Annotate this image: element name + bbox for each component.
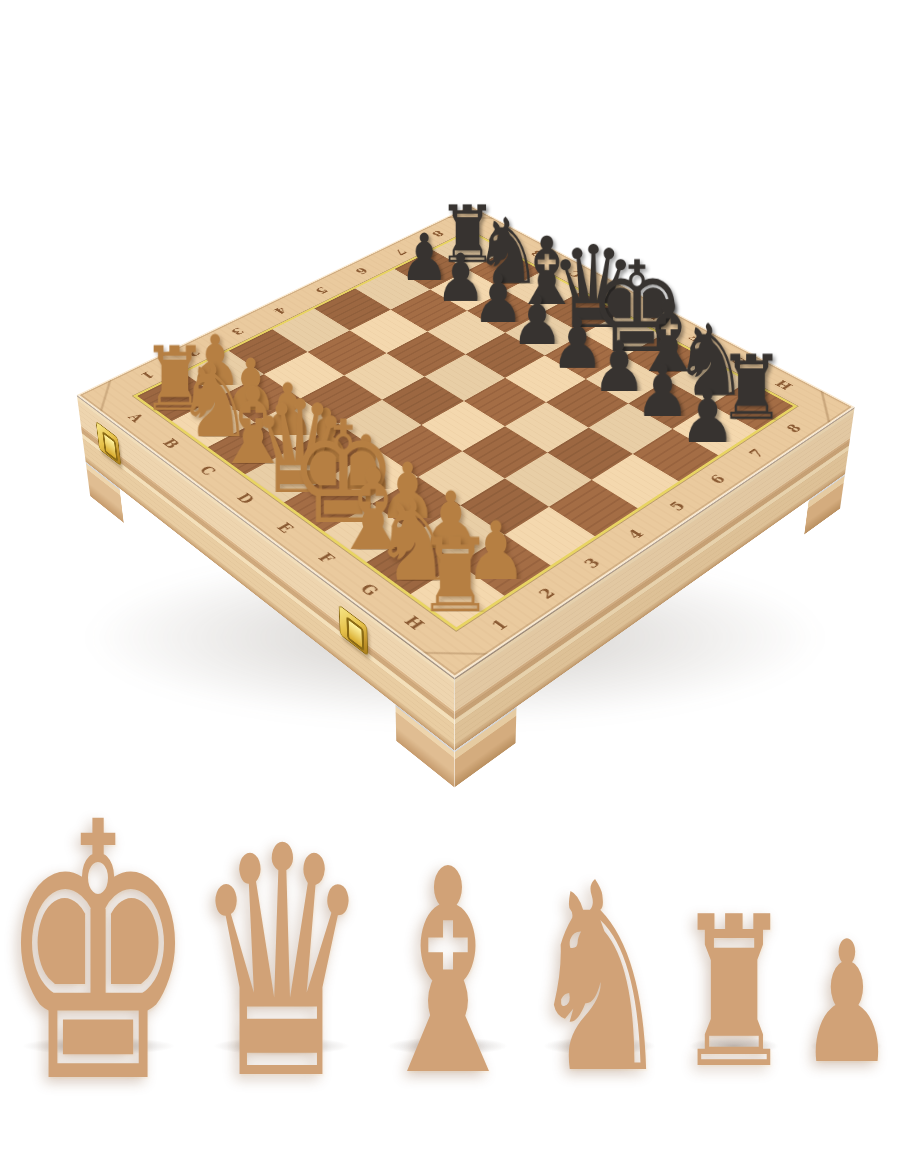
lineup-knight-glyph: ♞	[527, 849, 672, 1109]
brass-latch-icon	[96, 420, 122, 466]
lineup-knight: ♞	[537, 838, 662, 1055]
rank-label-left-6: 6	[352, 265, 371, 275]
lineup-bishop: ♝	[380, 821, 515, 1055]
piece-lineup: ♚♛♝♞♜♟	[0, 745, 900, 1055]
lineup-queen-glyph: ♛	[193, 805, 370, 1123]
file-label-front-c: C	[196, 463, 220, 478]
rank-label-right-5: 5	[665, 498, 688, 513]
lineup-king: ♚	[13, 764, 183, 1055]
lineup-rook: ♜	[684, 879, 784, 1055]
file-label-front-g: G	[356, 580, 383, 598]
file-label-front-b: B	[159, 436, 183, 450]
lineup-rook-glyph: ♜	[676, 889, 792, 1097]
rank-label-right-1: 1	[487, 616, 512, 633]
lineup-queen: ♛	[205, 793, 358, 1055]
file-label-front-e: E	[273, 519, 298, 535]
file-label-front-h: H	[400, 612, 428, 631]
lineup-pawn-glyph: ♟	[800, 919, 893, 1087]
file-label-front-f: F	[314, 550, 338, 566]
chess-box: AABBCCDDEEFFGGHH8877665544332211 ♜♞♝♛♚♝♞…	[77, 205, 855, 678]
rank-label-right-2: 2	[534, 584, 559, 601]
lineup-bishop-glyph: ♝	[369, 833, 526, 1115]
lineup-pawn: ♟	[806, 910, 887, 1055]
board-scene: AABBCCDDEEFFGGHH8877665544332211 ♜♞♝♛♚♝♞…	[0, 0, 900, 745]
rank-label-right-4: 4	[623, 526, 647, 541]
brass-latch-icon	[339, 604, 369, 656]
file-label-front-d: D	[233, 490, 258, 506]
rank-label-right-7: 7	[745, 446, 768, 460]
rank-label-right-6: 6	[706, 472, 729, 486]
rank-label-left-5: 5	[312, 284, 331, 295]
rank-label-left-4: 4	[270, 304, 289, 315]
file-label-front-a: A	[125, 410, 148, 423]
lineup-king-glyph: ♚	[0, 777, 197, 1132]
rank-label-right-3: 3	[580, 555, 604, 571]
rank-label-right-8: 8	[782, 421, 805, 434]
